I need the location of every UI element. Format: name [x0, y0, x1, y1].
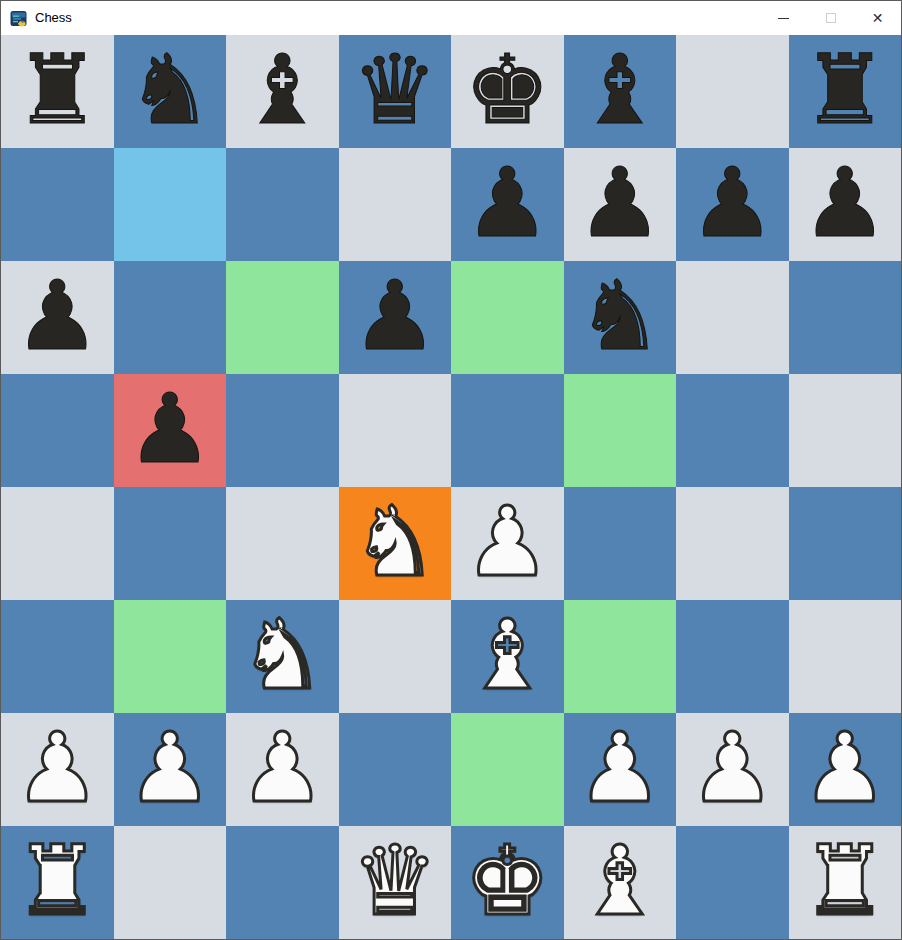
square-a8[interactable]: ♜ — [1, 35, 114, 148]
square-b6[interactable] — [114, 261, 227, 374]
square-e2[interactable] — [451, 713, 564, 826]
square-f2[interactable]: ♟ — [564, 713, 677, 826]
minimize-button[interactable] — [760, 1, 807, 35]
square-g5[interactable] — [676, 374, 789, 487]
square-d5[interactable] — [339, 374, 452, 487]
square-b2[interactable]: ♟ — [114, 713, 227, 826]
title-bar: Chess ✕ — [1, 1, 901, 35]
piece-white-pawn[interactable]: ♟ — [14, 720, 100, 816]
square-e3[interactable]: ♝ — [451, 600, 564, 713]
square-f4[interactable] — [564, 487, 677, 600]
square-d1[interactable]: ♛ — [339, 826, 452, 939]
minimize-icon — [778, 18, 789, 19]
square-h4[interactable] — [789, 487, 902, 600]
square-g8[interactable] — [676, 35, 789, 148]
piece-black-pawn[interactable]: ♟ — [802, 155, 888, 251]
square-f3[interactable] — [564, 600, 677, 713]
square-g4[interactable] — [676, 487, 789, 600]
chess-app-window: Chess ✕ ♜♞♝♛♚♝♜♟♟♟♟♟♟♞♟♞♟♞♝♟♟♟♟♟♟♜♛♚♝♜ — [0, 0, 902, 940]
square-d2[interactable] — [339, 713, 452, 826]
square-b5[interactable]: ♟ — [114, 374, 227, 487]
piece-black-pawn[interactable]: ♟ — [352, 268, 438, 364]
square-c2[interactable]: ♟ — [226, 713, 339, 826]
square-g6[interactable] — [676, 261, 789, 374]
piece-white-rook[interactable]: ♜ — [802, 833, 888, 929]
square-c8[interactable]: ♝ — [226, 35, 339, 148]
square-a5[interactable] — [1, 374, 114, 487]
piece-black-bishop[interactable]: ♝ — [577, 42, 663, 138]
square-h3[interactable] — [789, 600, 902, 713]
square-d3[interactable] — [339, 600, 452, 713]
square-e8[interactable]: ♚ — [451, 35, 564, 148]
piece-white-king[interactable]: ♚ — [464, 833, 550, 929]
piece-black-knight[interactable]: ♞ — [127, 42, 213, 138]
piece-white-pawn[interactable]: ♟ — [127, 720, 213, 816]
square-h1[interactable]: ♜ — [789, 826, 902, 939]
square-g1[interactable] — [676, 826, 789, 939]
square-a2[interactable]: ♟ — [1, 713, 114, 826]
piece-white-bishop[interactable]: ♝ — [464, 607, 550, 703]
piece-white-pawn[interactable]: ♟ — [689, 720, 775, 816]
square-d6[interactable]: ♟ — [339, 261, 452, 374]
square-a3[interactable] — [1, 600, 114, 713]
square-g7[interactable]: ♟ — [676, 148, 789, 261]
square-f8[interactable]: ♝ — [564, 35, 677, 148]
square-g3[interactable] — [676, 600, 789, 713]
piece-black-pawn[interactable]: ♟ — [577, 155, 663, 251]
piece-black-pawn[interactable]: ♟ — [14, 268, 100, 364]
square-f7[interactable]: ♟ — [564, 148, 677, 261]
piece-black-knight[interactable]: ♞ — [577, 268, 663, 364]
square-e5[interactable] — [451, 374, 564, 487]
square-a6[interactable]: ♟ — [1, 261, 114, 374]
piece-black-queen[interactable]: ♛ — [352, 42, 438, 138]
piece-white-pawn[interactable]: ♟ — [577, 720, 663, 816]
square-g2[interactable]: ♟ — [676, 713, 789, 826]
square-h8[interactable]: ♜ — [789, 35, 902, 148]
square-c4[interactable] — [226, 487, 339, 600]
square-c3[interactable]: ♞ — [226, 600, 339, 713]
piece-white-pawn[interactable]: ♟ — [464, 494, 550, 590]
square-a7[interactable] — [1, 148, 114, 261]
piece-black-bishop[interactable]: ♝ — [239, 42, 325, 138]
square-e6[interactable] — [451, 261, 564, 374]
square-c1[interactable] — [226, 826, 339, 939]
window-title: Chess — [35, 1, 72, 35]
piece-white-knight[interactable]: ♞ — [352, 494, 438, 590]
piece-black-pawn[interactable]: ♟ — [127, 381, 213, 477]
square-f6[interactable]: ♞ — [564, 261, 677, 374]
square-b7[interactable] — [114, 148, 227, 261]
square-d7[interactable] — [339, 148, 452, 261]
chess-board: ♜♞♝♛♚♝♜♟♟♟♟♟♟♞♟♞♟♞♝♟♟♟♟♟♟♜♛♚♝♜ — [1, 35, 901, 939]
piece-white-pawn[interactable]: ♟ — [239, 720, 325, 816]
piece-white-bishop[interactable]: ♝ — [577, 833, 663, 929]
square-e1[interactable]: ♚ — [451, 826, 564, 939]
close-icon: ✕ — [872, 10, 884, 26]
square-c6[interactable] — [226, 261, 339, 374]
app-icon — [10, 10, 27, 27]
square-c7[interactable] — [226, 148, 339, 261]
maximize-icon — [826, 13, 836, 23]
piece-black-king[interactable]: ♚ — [464, 42, 550, 138]
piece-white-queen[interactable]: ♛ — [352, 833, 438, 929]
piece-black-pawn[interactable]: ♟ — [464, 155, 550, 251]
piece-black-rook[interactable]: ♜ — [802, 42, 888, 138]
piece-black-rook[interactable]: ♜ — [14, 42, 100, 138]
maximize-button[interactable] — [807, 1, 854, 35]
piece-white-pawn[interactable]: ♟ — [802, 720, 888, 816]
square-f1[interactable]: ♝ — [564, 826, 677, 939]
square-h2[interactable]: ♟ — [789, 713, 902, 826]
square-h6[interactable] — [789, 261, 902, 374]
square-h5[interactable] — [789, 374, 902, 487]
square-b8[interactable]: ♞ — [114, 35, 227, 148]
square-h7[interactable]: ♟ — [789, 148, 902, 261]
piece-black-pawn[interactable]: ♟ — [689, 155, 775, 251]
close-button[interactable]: ✕ — [854, 1, 901, 35]
square-b1[interactable] — [114, 826, 227, 939]
square-f5[interactable] — [564, 374, 677, 487]
square-e7[interactable]: ♟ — [451, 148, 564, 261]
piece-white-knight[interactable]: ♞ — [239, 607, 325, 703]
square-d4[interactable]: ♞ — [339, 487, 452, 600]
square-c5[interactable] — [226, 374, 339, 487]
square-d8[interactable]: ♛ — [339, 35, 452, 148]
square-b3[interactable] — [114, 600, 227, 713]
square-b4[interactable] — [114, 487, 227, 600]
square-a4[interactable] — [1, 487, 114, 600]
piece-white-rook[interactable]: ♜ — [14, 833, 100, 929]
square-e4[interactable]: ♟ — [451, 487, 564, 600]
square-a1[interactable]: ♜ — [1, 826, 114, 939]
